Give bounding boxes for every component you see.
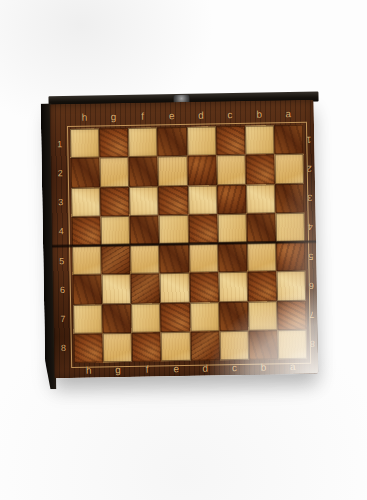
rank-label-right-1: 1 [303,125,315,154]
square-h5[interactable] [72,245,102,275]
square-c4[interactable] [217,214,247,244]
file-label-top-d: d [186,108,215,123]
square-d7[interactable] [190,302,220,332]
square-g6[interactable] [102,274,132,304]
square-e7[interactable] [160,302,190,332]
file-label-top-e: e [157,109,186,124]
rank-label-right-5: 5 [305,242,317,271]
square-h1[interactable] [70,128,100,158]
square-h2[interactable] [71,158,101,188]
square-e5[interactable] [159,244,189,274]
square-d3[interactable] [188,185,218,215]
square-f1[interactable] [128,127,158,157]
square-a2[interactable] [274,154,304,184]
square-g5[interactable] [101,245,131,275]
file-label-top-h: h [70,110,99,125]
rank-label-left-7: 7 [54,304,72,334]
square-b2[interactable] [245,155,275,185]
square-b4[interactable] [246,213,276,243]
square-f2[interactable] [129,157,159,187]
rank-label-left-4: 4 [53,217,71,247]
file-labels-bottom: hgfedcba [74,360,307,378]
square-g3[interactable] [100,186,130,216]
square-b3[interactable] [246,184,276,214]
square-e8[interactable] [161,332,191,362]
square-g4[interactable] [101,216,131,246]
chessboard: hgfedcba hgfedcba 12345678 12345678 [50,100,319,379]
square-h4[interactable] [72,216,102,246]
square-d8[interactable] [190,331,220,361]
square-f6[interactable] [131,274,161,304]
file-label-bottom-c: c [220,361,249,376]
file-labels-top: hgfedcba [70,107,303,125]
square-f3[interactable] [129,186,159,216]
square-c3[interactable] [217,184,247,214]
file-label-bottom-f: f [132,362,161,377]
rank-label-right-8: 8 [307,329,319,358]
rank-label-left-8: 8 [55,334,73,364]
rank-label-left-1: 1 [51,129,69,159]
file-label-top-g: g [99,110,128,125]
square-f5[interactable] [130,244,160,274]
square-g2[interactable] [100,157,130,187]
rank-label-left-3: 3 [52,187,70,217]
square-a3[interactable] [275,183,305,213]
square-b5[interactable] [247,242,277,272]
square-f4[interactable] [130,215,160,245]
square-c8[interactable] [219,331,249,361]
square-d1[interactable] [187,126,217,156]
file-label-top-c: c [215,108,244,123]
rank-label-right-3: 3 [304,183,316,212]
file-label-bottom-d: d [191,361,220,376]
rank-label-right-6: 6 [306,271,318,300]
square-c7[interactable] [219,301,249,331]
square-b6[interactable] [247,272,277,302]
square-c2[interactable] [216,155,246,185]
square-g8[interactable] [103,333,133,363]
square-h6[interactable] [73,275,103,305]
file-label-top-b: b [244,107,273,122]
square-e6[interactable] [160,273,190,303]
square-h7[interactable] [73,304,103,334]
file-label-bottom-b: b [249,360,278,375]
square-g7[interactable] [102,303,132,333]
file-label-top-f: f [128,109,157,124]
square-d6[interactable] [189,273,219,303]
square-g1[interactable] [99,128,129,158]
rank-label-right-7: 7 [306,300,318,329]
chessboard-assembly: hgfedcba hgfedcba 12345678 12345678 [37,91,324,392]
square-d4[interactable] [188,214,218,244]
photo-background: hgfedcba hgfedcba 12345678 12345678 [0,0,367,500]
square-a4[interactable] [275,213,305,243]
square-f7[interactable] [131,303,161,333]
square-a1[interactable] [274,125,304,155]
square-a8[interactable] [277,330,307,360]
square-b8[interactable] [248,330,278,360]
square-h8[interactable] [74,333,104,363]
square-f8[interactable] [132,332,162,362]
square-b1[interactable] [245,125,275,155]
rank-label-left-5: 5 [53,246,71,276]
square-c1[interactable] [216,126,246,156]
square-h3[interactable] [71,187,101,217]
square-a7[interactable] [277,300,307,330]
rank-label-right-2: 2 [304,154,316,183]
file-label-bottom-e: e [161,362,190,377]
square-b7[interactable] [248,301,278,331]
square-e4[interactable] [159,215,189,245]
rank-label-right-4: 4 [305,212,317,241]
square-c5[interactable] [218,243,248,273]
file-label-bottom-h: h [74,363,103,378]
square-c6[interactable] [218,272,248,302]
square-e3[interactable] [158,185,188,215]
square-a5[interactable] [276,242,306,272]
square-e2[interactable] [158,156,188,186]
file-label-bottom-g: g [103,363,132,378]
square-d5[interactable] [189,243,219,273]
rank-label-left-6: 6 [54,275,72,305]
square-a6[interactable] [276,271,306,301]
file-label-top-a: a [274,107,303,122]
square-d2[interactable] [187,156,217,186]
square-e1[interactable] [157,127,187,157]
rank-label-left-2: 2 [52,158,70,188]
file-label-bottom-a: a [278,360,307,375]
